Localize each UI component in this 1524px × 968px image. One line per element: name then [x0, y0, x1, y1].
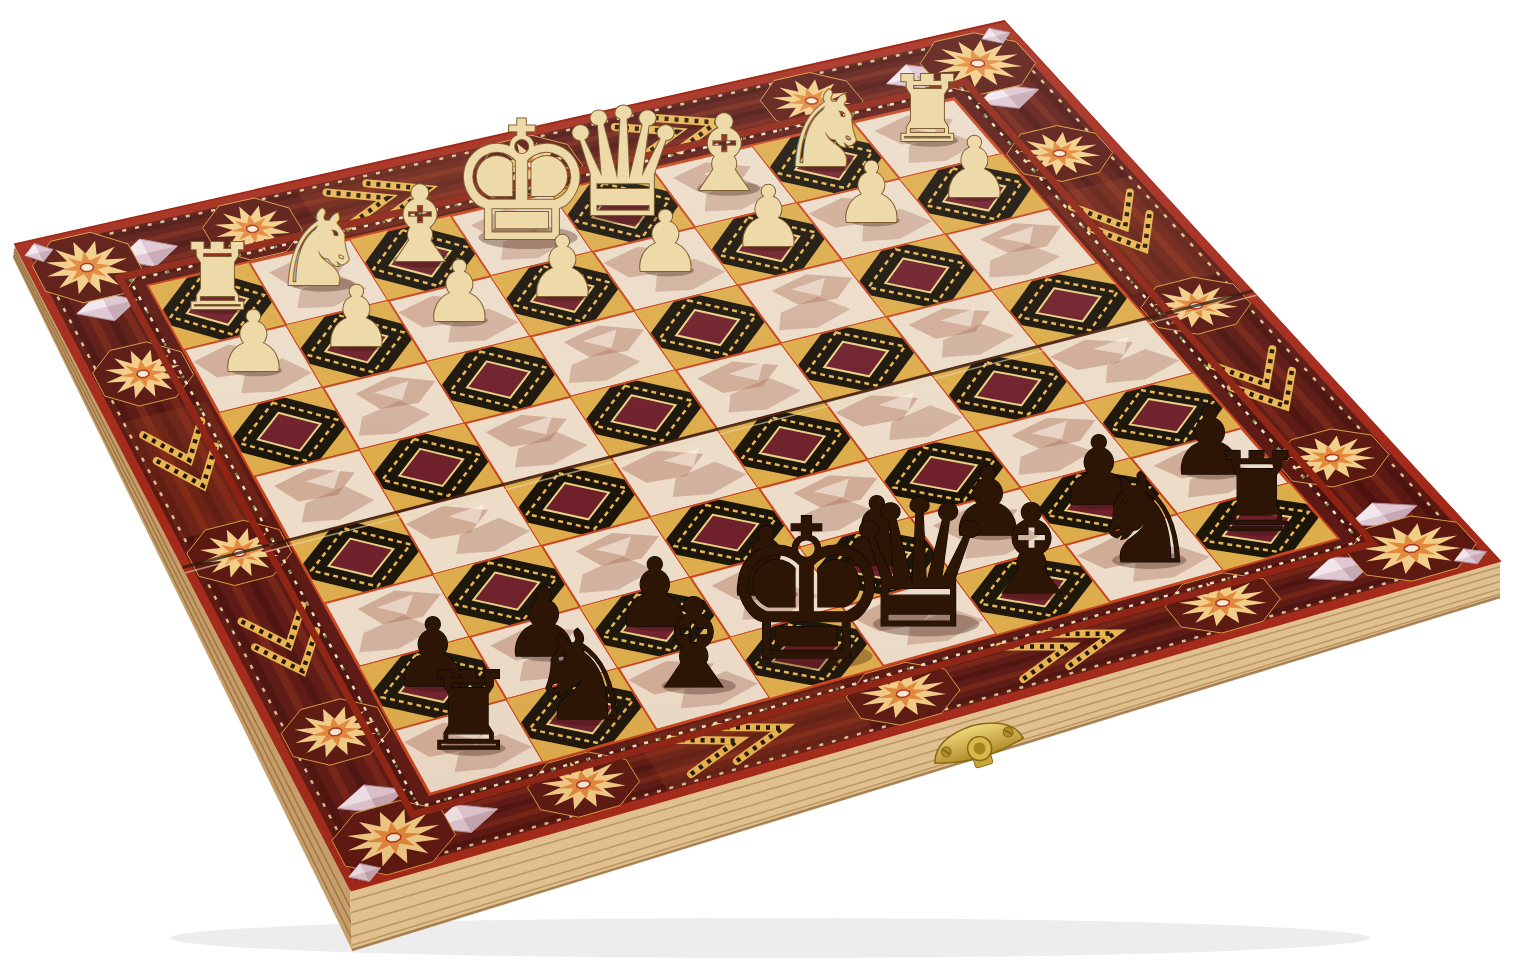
svg-text:♟: ♟	[422, 243, 497, 341]
piece-white-pawn-a2: ♟	[937, 119, 1012, 217]
svg-text:♟: ♟	[834, 144, 909, 242]
piece-white-pawn-b2: ♟	[834, 144, 909, 242]
svg-text:♜: ♜	[1208, 429, 1306, 556]
svg-text:♟: ♟	[628, 193, 703, 291]
svg-text:♟: ♟	[216, 293, 291, 391]
piece-white-pawn-c2: ♟	[731, 168, 806, 266]
svg-text:♟: ♟	[937, 119, 1012, 217]
piece-white-pawn-f2: ♟	[422, 243, 497, 341]
piece-black-rook-a8: ♜	[1208, 429, 1306, 556]
piece-black-knight-b8: ♞	[1089, 447, 1200, 591]
piece-white-pawn-d2: ♟	[628, 193, 703, 291]
piece-white-pawn-e2: ♟	[525, 218, 600, 316]
svg-text:♜: ♜	[420, 648, 518, 775]
svg-text:♞: ♞	[1089, 447, 1200, 591]
svg-text:♟: ♟	[319, 268, 394, 366]
piece-black-rook-h8: ♜	[420, 648, 518, 775]
svg-text:♞: ♞	[526, 604, 637, 748]
piece-white-pawn-h2: ♟	[216, 293, 291, 391]
chessboard-photo-svg: ♜♞♝♚♛♝♞♜♟♟♟♟♟♟♟♟♟♟♟♟♟♟♟♟♜♞♝♚♛♝♞♜	[0, 0, 1524, 968]
svg-text:♛: ♛	[840, 462, 999, 668]
piece-white-pawn-g2: ♟	[319, 268, 394, 366]
piece-black-bishop-c8: ♝	[976, 478, 1087, 622]
svg-text:♝: ♝	[976, 478, 1087, 622]
piece-black-knight-g8: ♞	[526, 604, 637, 748]
piece-black-queen-d8: ♛	[840, 462, 999, 668]
svg-text:♟: ♟	[731, 168, 806, 266]
svg-text:♟: ♟	[525, 218, 600, 316]
product-photo: ♜♞♝♚♛♝♞♜♟♟♟♟♟♟♟♟♟♟♟♟♟♟♟♟♜♞♝♚♛♝♞♜	[0, 0, 1524, 968]
